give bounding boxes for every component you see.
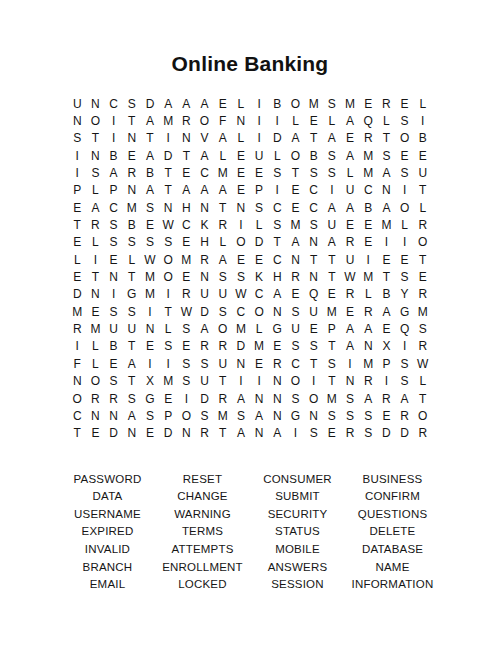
grid-cell-r4c15[interactable]: S xyxy=(323,147,341,164)
grid-cell-r3c12[interactable]: D xyxy=(268,130,286,147)
grid-cell-r14c11[interactable]: L xyxy=(250,320,268,337)
grid-cell-r20c19[interactable]: D xyxy=(396,425,414,442)
grid-cell-r20c5[interactable]: E xyxy=(141,425,159,442)
grid-cell-r12c19[interactable]: Y xyxy=(396,286,414,303)
grid-cell-r14c8[interactable]: A xyxy=(195,320,213,337)
grid-cell-r11c3[interactable]: N xyxy=(105,268,123,285)
grid-cell-r18c20[interactable]: T xyxy=(414,390,432,407)
grid-cell-r2c16[interactable]: A xyxy=(341,112,359,129)
grid-cell-r2c19[interactable]: S xyxy=(396,112,414,129)
grid-cell-r8c18[interactable]: M xyxy=(377,216,395,233)
grid-cell-r4c18[interactable]: S xyxy=(377,147,395,164)
grid-cell-r17c4[interactable]: T xyxy=(123,373,141,390)
grid-cell-r19c3[interactable]: N xyxy=(105,407,123,424)
grid-cell-r19c14[interactable]: N xyxy=(305,407,323,424)
grid-cell-r12c13[interactable]: E xyxy=(286,286,304,303)
grid-cell-r18c14[interactable]: O xyxy=(305,390,323,407)
grid-cell-r8c2[interactable]: R xyxy=(86,216,104,233)
grid-cell-r4c13[interactable]: O xyxy=(286,147,304,164)
grid-cell-r19c18[interactable]: E xyxy=(377,407,395,424)
grid-cell-r12c11[interactable]: C xyxy=(250,286,268,303)
grid-cell-r8c3[interactable]: S xyxy=(105,216,123,233)
grid-cell-r9c20[interactable]: O xyxy=(414,234,432,251)
grid-cell-r15c19[interactable]: I xyxy=(396,338,414,355)
grid-cell-r5c6[interactable]: T xyxy=(159,164,177,181)
grid-cell-r18c3[interactable]: R xyxy=(105,390,123,407)
grid-cell-r11c7[interactable]: E xyxy=(177,268,195,285)
grid-cell-r8c15[interactable]: U xyxy=(323,216,341,233)
grid-cell-r2c17[interactable]: Q xyxy=(359,112,377,129)
grid-cell-r9c18[interactable]: I xyxy=(377,234,395,251)
grid-cell-r16c3[interactable]: E xyxy=(105,355,123,372)
grid-cell-r13c4[interactable]: S xyxy=(123,303,141,320)
grid-cell-r15c8[interactable]: R xyxy=(195,338,213,355)
grid-cell-r2c2[interactable]: O xyxy=(86,112,104,129)
grid-cell-r7c2[interactable]: A xyxy=(86,199,104,216)
grid-cell-r4c8[interactable]: A xyxy=(195,147,213,164)
grid-cell-r3c18[interactable]: T xyxy=(377,130,395,147)
grid-cell-r8c12[interactable]: S xyxy=(268,216,286,233)
grid-cell-r10c2[interactable]: I xyxy=(86,251,104,268)
grid-cell-r9c13[interactable]: A xyxy=(286,234,304,251)
grid-cell-r11c2[interactable]: T xyxy=(86,268,104,285)
grid-cell-r3c7[interactable]: N xyxy=(177,130,195,147)
grid-cell-r5c15[interactable]: S xyxy=(323,164,341,181)
grid-cell-r4c1[interactable]: I xyxy=(68,147,86,164)
grid-cell-r13c13[interactable]: S xyxy=(286,303,304,320)
grid-cell-r12c8[interactable]: U xyxy=(195,286,213,303)
grid-cell-r16c11[interactable]: E xyxy=(250,355,268,372)
grid-cell-r20c16[interactable]: R xyxy=(341,425,359,442)
grid-cell-r5c1[interactable]: I xyxy=(68,164,86,181)
grid-cell-r20c1[interactable]: T xyxy=(68,425,86,442)
grid-cell-r12c10[interactable]: W xyxy=(232,286,250,303)
grid-cell-r14c18[interactable]: E xyxy=(377,320,395,337)
grid-cell-r12c18[interactable]: B xyxy=(377,286,395,303)
grid-cell-r20c11[interactable]: N xyxy=(250,425,268,442)
grid-cell-r13c5[interactable]: I xyxy=(141,303,159,320)
grid-cell-r5c2[interactable]: S xyxy=(86,164,104,181)
grid-cell-r1c7[interactable]: A xyxy=(177,95,195,112)
grid-cell-r1c19[interactable]: E xyxy=(396,95,414,112)
grid-cell-r5c12[interactable]: S xyxy=(268,164,286,181)
grid-cell-r12c17[interactable]: L xyxy=(359,286,377,303)
grid-cell-r7c10[interactable]: N xyxy=(232,199,250,216)
grid-cell-r13c2[interactable]: E xyxy=(86,303,104,320)
grid-cell-r19c7[interactable]: O xyxy=(177,407,195,424)
grid-cell-r6c9[interactable]: A xyxy=(214,182,232,199)
grid-cell-r2c18[interactable]: L xyxy=(377,112,395,129)
grid-cell-r4c5[interactable]: A xyxy=(141,147,159,164)
grid-cell-r12c3[interactable]: I xyxy=(105,286,123,303)
grid-cell-r16c20[interactable]: W xyxy=(414,355,432,372)
grid-cell-r15c6[interactable]: S xyxy=(159,338,177,355)
grid-cell-r8c20[interactable]: R xyxy=(414,216,432,233)
grid-cell-r9c7[interactable]: E xyxy=(177,234,195,251)
grid-cell-r5c11[interactable]: E xyxy=(250,164,268,181)
grid-cell-r8c16[interactable]: E xyxy=(341,216,359,233)
grid-cell-r7c7[interactable]: H xyxy=(177,199,195,216)
grid-cell-r18c11[interactable]: N xyxy=(250,390,268,407)
grid-cell-r17c17[interactable]: R xyxy=(359,373,377,390)
grid-cell-r6c19[interactable]: I xyxy=(396,182,414,199)
grid-cell-r13c17[interactable]: R xyxy=(359,303,377,320)
grid-cell-r12c5[interactable]: M xyxy=(141,286,159,303)
grid-cell-r13c14[interactable]: U xyxy=(305,303,323,320)
grid-cell-r2c1[interactable]: N xyxy=(68,112,86,129)
grid-cell-r15c1[interactable]: I xyxy=(68,338,86,355)
grid-cell-r6c2[interactable]: L xyxy=(86,182,104,199)
grid-cell-r10c9[interactable]: A xyxy=(214,251,232,268)
grid-cell-r1c3[interactable]: C xyxy=(105,95,123,112)
grid-cell-r17c20[interactable]: L xyxy=(414,373,432,390)
grid-cell-r4c17[interactable]: M xyxy=(359,147,377,164)
grid-cell-r20c6[interactable]: D xyxy=(159,425,177,442)
grid-cell-r17c3[interactable]: S xyxy=(105,373,123,390)
grid-cell-r13c15[interactable]: M xyxy=(323,303,341,320)
grid-cell-r7c18[interactable]: A xyxy=(377,199,395,216)
grid-cell-r13c1[interactable]: M xyxy=(68,303,86,320)
grid-cell-r18c9[interactable]: R xyxy=(214,390,232,407)
grid-cell-r1c13[interactable]: O xyxy=(286,95,304,112)
grid-cell-r1c14[interactable]: M xyxy=(305,95,323,112)
grid-cell-r4c3[interactable]: B xyxy=(105,147,123,164)
grid-cell-r9c9[interactable]: L xyxy=(214,234,232,251)
grid-cell-r16c13[interactable]: C xyxy=(286,355,304,372)
grid-cell-r12c9[interactable]: U xyxy=(214,286,232,303)
grid-cell-r10c4[interactable]: L xyxy=(123,251,141,268)
grid-cell-r19c20[interactable]: O xyxy=(414,407,432,424)
grid-cell-r17c18[interactable]: I xyxy=(377,373,395,390)
grid-cell-r10c11[interactable]: E xyxy=(250,251,268,268)
grid-cell-r7c1[interactable]: E xyxy=(68,199,86,216)
grid-cell-r9c17[interactable]: E xyxy=(359,234,377,251)
grid-cell-r1c4[interactable]: S xyxy=(123,95,141,112)
grid-cell-r2c13[interactable]: L xyxy=(286,112,304,129)
grid-cell-r16c1[interactable]: F xyxy=(68,355,86,372)
grid-cell-r15c14[interactable]: S xyxy=(305,338,323,355)
grid-cell-r5c17[interactable]: M xyxy=(359,164,377,181)
grid-cell-r10c5[interactable]: W xyxy=(141,251,159,268)
grid-cell-r3c1[interactable]: S xyxy=(68,130,86,147)
grid-cell-r6c7[interactable]: A xyxy=(177,182,195,199)
grid-cell-r14c4[interactable]: U xyxy=(123,320,141,337)
grid-cell-r5c9[interactable]: M xyxy=(214,164,232,181)
grid-cell-r18c8[interactable]: D xyxy=(195,390,213,407)
grid-cell-r14c17[interactable]: A xyxy=(359,320,377,337)
grid-cell-r10c19[interactable]: E xyxy=(396,251,414,268)
grid-cell-r9c5[interactable]: S xyxy=(141,234,159,251)
grid-cell-r3c2[interactable]: T xyxy=(86,130,104,147)
grid-cell-r12c14[interactable]: Q xyxy=(305,286,323,303)
grid-cell-r15c18[interactable]: X xyxy=(377,338,395,355)
grid-cell-r8c13[interactable]: M xyxy=(286,216,304,233)
grid-cell-r20c15[interactable]: E xyxy=(323,425,341,442)
grid-cell-r20c7[interactable]: N xyxy=(177,425,195,442)
grid-cell-r3c20[interactable]: B xyxy=(414,130,432,147)
grid-cell-r13c3[interactable]: S xyxy=(105,303,123,320)
grid-cell-r8c6[interactable]: W xyxy=(159,216,177,233)
grid-cell-r1c15[interactable]: S xyxy=(323,95,341,112)
grid-cell-r16c7[interactable]: S xyxy=(177,355,195,372)
grid-cell-r11c10[interactable]: S xyxy=(232,268,250,285)
grid-cell-r20c9[interactable]: T xyxy=(214,425,232,442)
grid-cell-r6c16[interactable]: U xyxy=(341,182,359,199)
grid-cell-r2c20[interactable]: I xyxy=(414,112,432,129)
grid-cell-r17c7[interactable]: S xyxy=(177,373,195,390)
grid-cell-r20c2[interactable]: E xyxy=(86,425,104,442)
grid-cell-r13c12[interactable]: N xyxy=(268,303,286,320)
grid-cell-r20c4[interactable]: N xyxy=(123,425,141,442)
grid-cell-r17c12[interactable]: N xyxy=(268,373,286,390)
grid-cell-r7c3[interactable]: C xyxy=(105,199,123,216)
grid-cell-r7c19[interactable]: O xyxy=(396,199,414,216)
grid-cell-r5c18[interactable]: A xyxy=(377,164,395,181)
grid-cell-r20c8[interactable]: R xyxy=(195,425,213,442)
grid-cell-r1c11[interactable]: I xyxy=(250,95,268,112)
grid-cell-r16c17[interactable]: M xyxy=(359,355,377,372)
grid-cell-r7c4[interactable]: M xyxy=(123,199,141,216)
grid-cell-r13c6[interactable]: T xyxy=(159,303,177,320)
grid-cell-r18c5[interactable]: G xyxy=(141,390,159,407)
grid-cell-r12c6[interactable]: I xyxy=(159,286,177,303)
grid-cell-r10c17[interactable]: I xyxy=(359,251,377,268)
grid-cell-r7c15[interactable]: A xyxy=(323,199,341,216)
grid-cell-r18c1[interactable]: O xyxy=(68,390,86,407)
grid-cell-r8c7[interactable]: C xyxy=(177,216,195,233)
grid-cell-r5c7[interactable]: E xyxy=(177,164,195,181)
grid-cell-r10c8[interactable]: R xyxy=(195,251,213,268)
grid-cell-r15c20[interactable]: R xyxy=(414,338,432,355)
grid-cell-r17c5[interactable]: X xyxy=(141,373,159,390)
grid-cell-r14c2[interactable]: M xyxy=(86,320,104,337)
grid-cell-r12c4[interactable]: G xyxy=(123,286,141,303)
grid-cell-r19c9[interactable]: M xyxy=(214,407,232,424)
grid-cell-r15c9[interactable]: R xyxy=(214,338,232,355)
grid-cell-r16c15[interactable]: S xyxy=(323,355,341,372)
grid-cell-r10c6[interactable]: O xyxy=(159,251,177,268)
grid-cell-r20c10[interactable]: A xyxy=(232,425,250,442)
grid-cell-r2c10[interactable]: N xyxy=(232,112,250,129)
grid-cell-r1c10[interactable]: L xyxy=(232,95,250,112)
grid-cell-r3c4[interactable]: N xyxy=(123,130,141,147)
grid-cell-r13c16[interactable]: E xyxy=(341,303,359,320)
grid-cell-r14c13[interactable]: U xyxy=(286,320,304,337)
grid-cell-r9c19[interactable]: I xyxy=(396,234,414,251)
grid-cell-r17c2[interactable]: O xyxy=(86,373,104,390)
grid-cell-r15c4[interactable]: T xyxy=(123,338,141,355)
grid-cell-r8c1[interactable]: T xyxy=(68,216,86,233)
grid-cell-r2c3[interactable]: I xyxy=(105,112,123,129)
grid-cell-r9c4[interactable]: S xyxy=(123,234,141,251)
grid-cell-r15c17[interactable]: N xyxy=(359,338,377,355)
grid-cell-r9c16[interactable]: R xyxy=(341,234,359,251)
grid-cell-r20c13[interactable]: I xyxy=(286,425,304,442)
grid-cell-r2c4[interactable]: T xyxy=(123,112,141,129)
grid-cell-r8c14[interactable]: S xyxy=(305,216,323,233)
grid-cell-r18c17[interactable]: A xyxy=(359,390,377,407)
grid-cell-r13c9[interactable]: S xyxy=(214,303,232,320)
grid-cell-r16c19[interactable]: S xyxy=(396,355,414,372)
grid-cell-r15c12[interactable]: E xyxy=(268,338,286,355)
grid-cell-r16c18[interactable]: P xyxy=(377,355,395,372)
grid-cell-r17c11[interactable]: I xyxy=(250,373,268,390)
grid-cell-r8c10[interactable]: I xyxy=(232,216,250,233)
grid-cell-r2c6[interactable]: M xyxy=(159,112,177,129)
grid-cell-r5c8[interactable]: C xyxy=(195,164,213,181)
grid-cell-r13c19[interactable]: G xyxy=(396,303,414,320)
grid-cell-r15c13[interactable]: S xyxy=(286,338,304,355)
grid-cell-r14c12[interactable]: G xyxy=(268,320,286,337)
grid-cell-r20c17[interactable]: S xyxy=(359,425,377,442)
grid-cell-r4c10[interactable]: E xyxy=(232,147,250,164)
grid-cell-r13c20[interactable]: M xyxy=(414,303,432,320)
grid-cell-r19c5[interactable]: S xyxy=(141,407,159,424)
grid-cell-r7c6[interactable]: N xyxy=(159,199,177,216)
grid-cell-r2c9[interactable]: F xyxy=(214,112,232,129)
grid-cell-r9c2[interactable]: L xyxy=(86,234,104,251)
grid-cell-r9c3[interactable]: S xyxy=(105,234,123,251)
grid-cell-r11c9[interactable]: S xyxy=(214,268,232,285)
grid-cell-r16c14[interactable]: T xyxy=(305,355,323,372)
grid-cell-r17c8[interactable]: U xyxy=(195,373,213,390)
grid-cell-r1c12[interactable]: B xyxy=(268,95,286,112)
grid-cell-r1c5[interactable]: D xyxy=(141,95,159,112)
grid-cell-r3c3[interactable]: I xyxy=(105,130,123,147)
grid-cell-r16c6[interactable]: I xyxy=(159,355,177,372)
grid-cell-r13c10[interactable]: C xyxy=(232,303,250,320)
grid-cell-r4c14[interactable]: B xyxy=(305,147,323,164)
grid-cell-r3c10[interactable]: L xyxy=(232,130,250,147)
grid-cell-r11c17[interactable]: M xyxy=(359,268,377,285)
grid-cell-r19c19[interactable]: R xyxy=(396,407,414,424)
grid-cell-r5c4[interactable]: R xyxy=(123,164,141,181)
grid-cell-r2c8[interactable]: O xyxy=(195,112,213,129)
grid-cell-r6c4[interactable]: N xyxy=(123,182,141,199)
grid-cell-r4c2[interactable]: N xyxy=(86,147,104,164)
grid-cell-r1c6[interactable]: A xyxy=(159,95,177,112)
grid-cell-r9c14[interactable]: N xyxy=(305,234,323,251)
grid-cell-r17c14[interactable]: I xyxy=(305,373,323,390)
grid-cell-r14c6[interactable]: L xyxy=(159,320,177,337)
grid-cell-r16c4[interactable]: A xyxy=(123,355,141,372)
grid-cell-r1c2[interactable]: N xyxy=(86,95,104,112)
grid-cell-r14c5[interactable]: N xyxy=(141,320,159,337)
grid-cell-r18c10[interactable]: A xyxy=(232,390,250,407)
grid-cell-r8c11[interactable]: L xyxy=(250,216,268,233)
grid-cell-r2c7[interactable]: R xyxy=(177,112,195,129)
grid-cell-r3c15[interactable]: A xyxy=(323,130,341,147)
grid-cell-r19c1[interactable]: C xyxy=(68,407,86,424)
grid-cell-r4c9[interactable]: L xyxy=(214,147,232,164)
grid-cell-r18c2[interactable]: R xyxy=(86,390,104,407)
grid-cell-r11c6[interactable]: O xyxy=(159,268,177,285)
grid-cell-r19c15[interactable]: S xyxy=(323,407,341,424)
grid-cell-r6c17[interactable]: C xyxy=(359,182,377,199)
grid-cell-r7c11[interactable]: S xyxy=(250,199,268,216)
grid-cell-r19c2[interactable]: N xyxy=(86,407,104,424)
grid-cell-r9c10[interactable]: O xyxy=(232,234,250,251)
grid-cell-r18c12[interactable]: N xyxy=(268,390,286,407)
grid-cell-r3c14[interactable]: T xyxy=(305,130,323,147)
grid-cell-r4c11[interactable]: U xyxy=(250,147,268,164)
grid-cell-r8c4[interactable]: B xyxy=(123,216,141,233)
grid-cell-r7c9[interactable]: T xyxy=(214,199,232,216)
grid-cell-r1c18[interactable]: R xyxy=(377,95,395,112)
grid-cell-r14c7[interactable]: S xyxy=(177,320,195,337)
grid-cell-r9c1[interactable]: E xyxy=(68,234,86,251)
grid-cell-r10c15[interactable]: T xyxy=(323,251,341,268)
grid-cell-r18c19[interactable]: A xyxy=(396,390,414,407)
grid-cell-r20c18[interactable]: D xyxy=(377,425,395,442)
grid-cell-r6c15[interactable]: I xyxy=(323,182,341,199)
grid-cell-r16c16[interactable]: I xyxy=(341,355,359,372)
grid-cell-r12c16[interactable]: R xyxy=(341,286,359,303)
grid-cell-r7c12[interactable]: C xyxy=(268,199,286,216)
grid-cell-r7c16[interactable]: A xyxy=(341,199,359,216)
grid-cell-r18c7[interactable]: I xyxy=(177,390,195,407)
grid-cell-r8c17[interactable]: E xyxy=(359,216,377,233)
grid-cell-r16c2[interactable]: L xyxy=(86,355,104,372)
grid-cell-r10c1[interactable]: L xyxy=(68,251,86,268)
grid-cell-r19c12[interactable]: N xyxy=(268,407,286,424)
grid-cell-r15c11[interactable]: M xyxy=(250,338,268,355)
grid-cell-r3c19[interactable]: O xyxy=(396,130,414,147)
grid-cell-r12c15[interactable]: E xyxy=(323,286,341,303)
grid-cell-r1c9[interactable]: E xyxy=(214,95,232,112)
grid-cell-r11c19[interactable]: S xyxy=(396,268,414,285)
grid-cell-r6c20[interactable]: T xyxy=(414,182,432,199)
grid-cell-r11c13[interactable]: R xyxy=(286,268,304,285)
grid-cell-r11c8[interactable]: N xyxy=(195,268,213,285)
grid-cell-r20c12[interactable]: A xyxy=(268,425,286,442)
grid-cell-r6c8[interactable]: A xyxy=(195,182,213,199)
grid-cell-r7c20[interactable]: L xyxy=(414,199,432,216)
grid-cell-r10c16[interactable]: U xyxy=(341,251,359,268)
grid-cell-r6c6[interactable]: T xyxy=(159,182,177,199)
grid-cell-r14c16[interactable]: A xyxy=(341,320,359,337)
grid-cell-r13c18[interactable]: A xyxy=(377,303,395,320)
grid-cell-r14c3[interactable]: U xyxy=(105,320,123,337)
grid-cell-r17c19[interactable]: S xyxy=(396,373,414,390)
grid-cell-r18c18[interactable]: R xyxy=(377,390,395,407)
grid-cell-r16c5[interactable]: I xyxy=(141,355,159,372)
grid-cell-r19c17[interactable]: S xyxy=(359,407,377,424)
grid-cell-r13c11[interactable]: O xyxy=(250,303,268,320)
grid-cell-r1c16[interactable]: M xyxy=(341,95,359,112)
grid-cell-r12c7[interactable]: R xyxy=(177,286,195,303)
grid-cell-r1c1[interactable]: U xyxy=(68,95,86,112)
grid-cell-r11c4[interactable]: T xyxy=(123,268,141,285)
grid-cell-r17c10[interactable]: I xyxy=(232,373,250,390)
grid-cell-r5c14[interactable]: S xyxy=(305,164,323,181)
grid-cell-r17c6[interactable]: M xyxy=(159,373,177,390)
grid-cell-r8c19[interactable]: L xyxy=(396,216,414,233)
grid-cell-r4c12[interactable]: L xyxy=(268,147,286,164)
grid-cell-r19c6[interactable]: P xyxy=(159,407,177,424)
grid-cell-r16c10[interactable]: N xyxy=(232,355,250,372)
grid-cell-r18c13[interactable]: S xyxy=(286,390,304,407)
grid-cell-r20c14[interactable]: S xyxy=(305,425,323,442)
grid-cell-r14c10[interactable]: M xyxy=(232,320,250,337)
grid-cell-r18c16[interactable]: S xyxy=(341,390,359,407)
grid-cell-r15c15[interactable]: T xyxy=(323,338,341,355)
grid-cell-r10c3[interactable]: E xyxy=(105,251,123,268)
grid-cell-r7c17[interactable]: B xyxy=(359,199,377,216)
grid-cell-r17c16[interactable]: N xyxy=(341,373,359,390)
grid-cell-r19c16[interactable]: S xyxy=(341,407,359,424)
grid-cell-r6c12[interactable]: I xyxy=(268,182,286,199)
